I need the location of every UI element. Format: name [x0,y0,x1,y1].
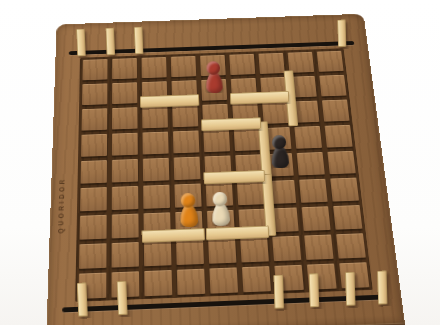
square-h6[interactable] [294,126,322,149]
black-pawn-body [271,146,289,169]
placed-wall-h6[interactable] [206,225,270,240]
square-d9[interactable] [171,56,196,77]
square-i7[interactable] [322,100,350,122]
square-b3[interactable] [112,214,139,239]
square-b7[interactable] [112,107,138,129]
square-h5[interactable] [297,152,325,175]
square-i4[interactable] [330,178,359,202]
square-a8[interactable] [82,83,107,105]
reserve-wall-top-2[interactable] [105,27,115,55]
photo-canvas: QUORIDOR [0,0,440,325]
square-h3[interactable] [302,206,331,231]
square-f4[interactable] [237,181,265,205]
square-h2[interactable] [304,234,333,259]
square-d6[interactable] [173,130,199,153]
square-a2[interactable] [79,243,106,269]
square-f6[interactable] [234,128,261,151]
square-f1[interactable] [242,266,271,292]
square-c7[interactable] [142,106,168,128]
placed-wall-h4[interactable] [203,170,265,184]
brand-engraving: QUORIDOR [57,177,66,233]
reserve-wall-bottom-2[interactable] [116,281,127,315]
reserve-wall-bottom-1[interactable] [77,282,88,316]
square-b8[interactable] [112,82,137,104]
reserve-wall-bottom-6[interactable] [377,270,387,304]
square-i3[interactable] [333,205,362,230]
square-i9[interactable] [317,51,344,72]
square-a7[interactable] [82,108,108,130]
reserve-wall-top-4[interactable] [337,19,346,47]
square-g3[interactable] [270,207,299,232]
quoridor-board: QUORIDOR [46,14,407,325]
square-d2[interactable] [176,240,204,266]
reserve-wall-bottom-5[interactable] [344,272,355,306]
square-f9[interactable] [229,54,255,75]
square-g9[interactable] [258,53,284,74]
square-c6[interactable] [142,132,168,155]
square-b2[interactable] [112,242,139,268]
orange-pawn-body [179,204,197,227]
square-e2[interactable] [208,238,236,263]
square-h4[interactable] [299,179,327,203]
square-c1[interactable] [144,270,172,296]
board-scene: QUORIDOR [46,14,407,325]
red-pawn-body [205,72,222,94]
placed-wall-h5[interactable] [141,228,205,243]
square-d7[interactable] [172,105,198,127]
square-a3[interactable] [80,215,107,240]
square-f2[interactable] [240,237,269,262]
square-c2[interactable] [144,241,172,267]
square-d1[interactable] [177,269,205,295]
square-e6[interactable] [203,129,230,152]
square-i8[interactable] [319,75,346,97]
placed-wall-h3[interactable] [201,117,261,131]
placed-wall-h1[interactable] [140,94,200,108]
square-i6[interactable] [325,125,353,148]
square-c5[interactable] [143,158,169,182]
pawn-red[interactable] [204,61,223,93]
pawn-orange[interactable] [178,193,198,228]
square-b4[interactable] [112,186,139,210]
square-i2[interactable] [336,233,366,258]
reserve-wall-bottom-3[interactable] [273,274,284,308]
square-c4[interactable] [143,185,170,209]
square-e1[interactable] [209,267,238,293]
reserve-wall-top-3[interactable] [134,26,144,54]
reserve-wall-top-1[interactable] [76,28,86,56]
placed-wall-h2[interactable] [230,91,289,105]
reserve-wall-bottom-4[interactable] [309,273,320,307]
pawn-black[interactable] [270,135,289,169]
pawn-natural[interactable] [210,192,230,227]
square-a4[interactable] [80,187,107,211]
square-a6[interactable] [81,134,107,157]
square-g2[interactable] [272,236,301,261]
square-b6[interactable] [112,133,138,156]
square-i5[interactable] [327,151,355,174]
natural-pawn-body [211,203,229,226]
